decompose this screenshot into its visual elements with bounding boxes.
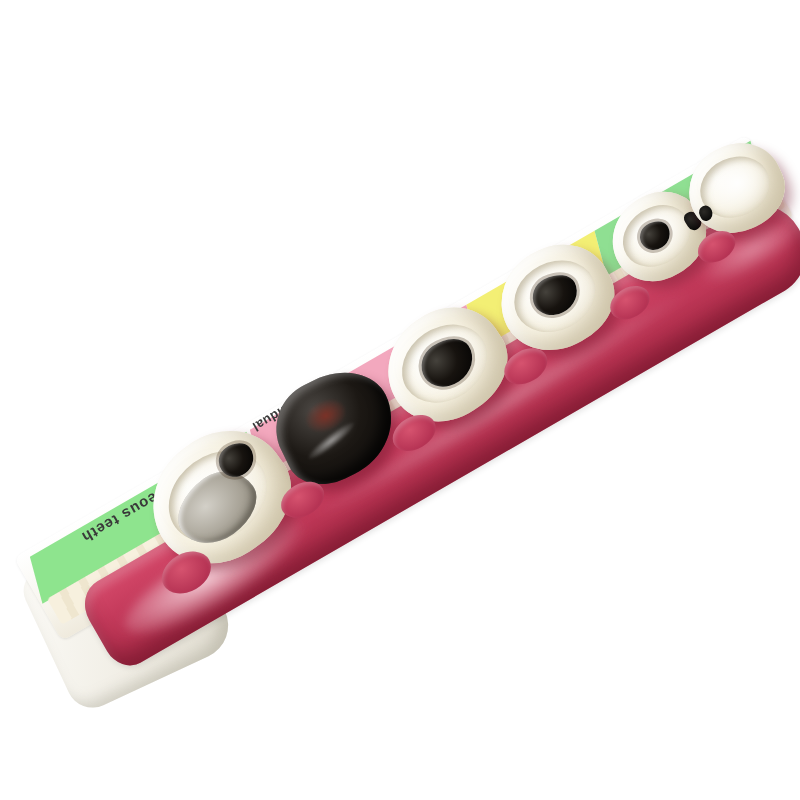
dental-model: succedaneous teeth residual advanced [0, 123, 800, 726]
product-photo: succedaneous teeth residual advanced [0, 0, 800, 800]
